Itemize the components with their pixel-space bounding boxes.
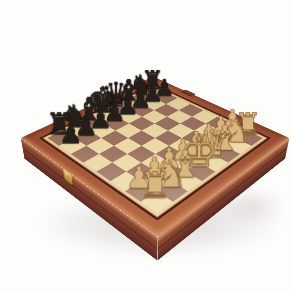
chess-box: ♜♞♝♛♚♝♞♜♟♟♟♟♟♟♟♟♟♟♟♟♟♟♟♟♜♞♝♛♚♝♞♜ (21, 77, 290, 238)
product-photo-chess-set: ♜♞♝♛♚♝♞♜♟♟♟♟♟♟♟♟♟♟♟♟♟♟♟♟♜♞♝♛♚♝♞♜ (0, 0, 292, 292)
white-rook-glyph: ♜ (132, 167, 178, 203)
scene-3d: ♜♞♝♛♚♝♞♜♟♟♟♟♟♟♟♟♟♟♟♟♟♟♟♟♜♞♝♛♚♝♞♜ (0, 0, 292, 292)
black-pawn-glyph: ♟ (52, 120, 91, 147)
